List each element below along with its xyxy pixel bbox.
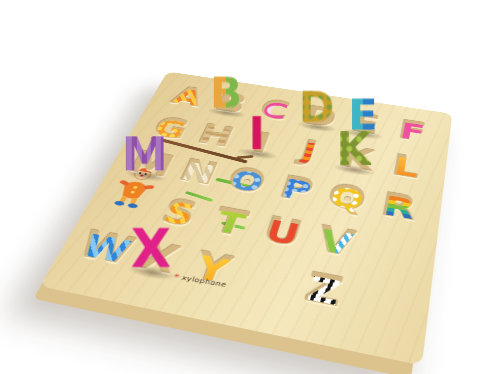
cell-k: KK — [327, 138, 385, 183]
cell-y: YY — [174, 240, 248, 300]
letter-piece-m[interactable]: M — [122, 131, 168, 177]
standing-piece-m[interactable]: M — [122, 131, 168, 177]
letter-piece-d[interactable]: D — [298, 85, 334, 128]
letter-piece-f[interactable]: F — [399, 119, 427, 144]
letter-piece-v[interactable]: V — [317, 225, 355, 260]
letter-piece-x[interactable]: X — [131, 222, 171, 274]
letter-piece-k[interactable]: K — [336, 126, 372, 172]
standing-piece-x[interactable]: X — [131, 222, 171, 274]
standing-piece-d[interactable]: D — [298, 85, 334, 128]
cell-l: LL — [377, 145, 434, 191]
letter-piece-i[interactable]: I — [249, 111, 266, 156]
standing-piece-k[interactable]: K — [336, 126, 372, 172]
letter-piece-p[interactable]: P — [279, 175, 314, 205]
alphabet-puzzle-photo: AABBCCDDEEFFGGHHIIJJKKLLMMNNOOPPQQRRSSTT… — [0, 0, 498, 374]
standing-piece-i[interactable]: I — [249, 111, 266, 156]
standing-piece-b[interactable]: B — [210, 72, 242, 114]
cell-u: UU — [248, 206, 315, 261]
letter-piece-b[interactable]: B — [210, 72, 242, 114]
letter-piece-u[interactable]: U — [262, 215, 303, 249]
letter-piece-a[interactable]: A — [170, 86, 205, 109]
cell-z: ZZ — [288, 260, 358, 323]
puzzle-board: AABBCCDDEEFFGGHHIIJJKKLLMMNNOOPPQQRRSSTT… — [39, 72, 452, 366]
cell-r: RR — [368, 183, 428, 234]
board-wrapper: AABBCCDDEEFFGGHHIIJJKKLLMMNNOOPPQQRRSSTT… — [102, 22, 438, 358]
